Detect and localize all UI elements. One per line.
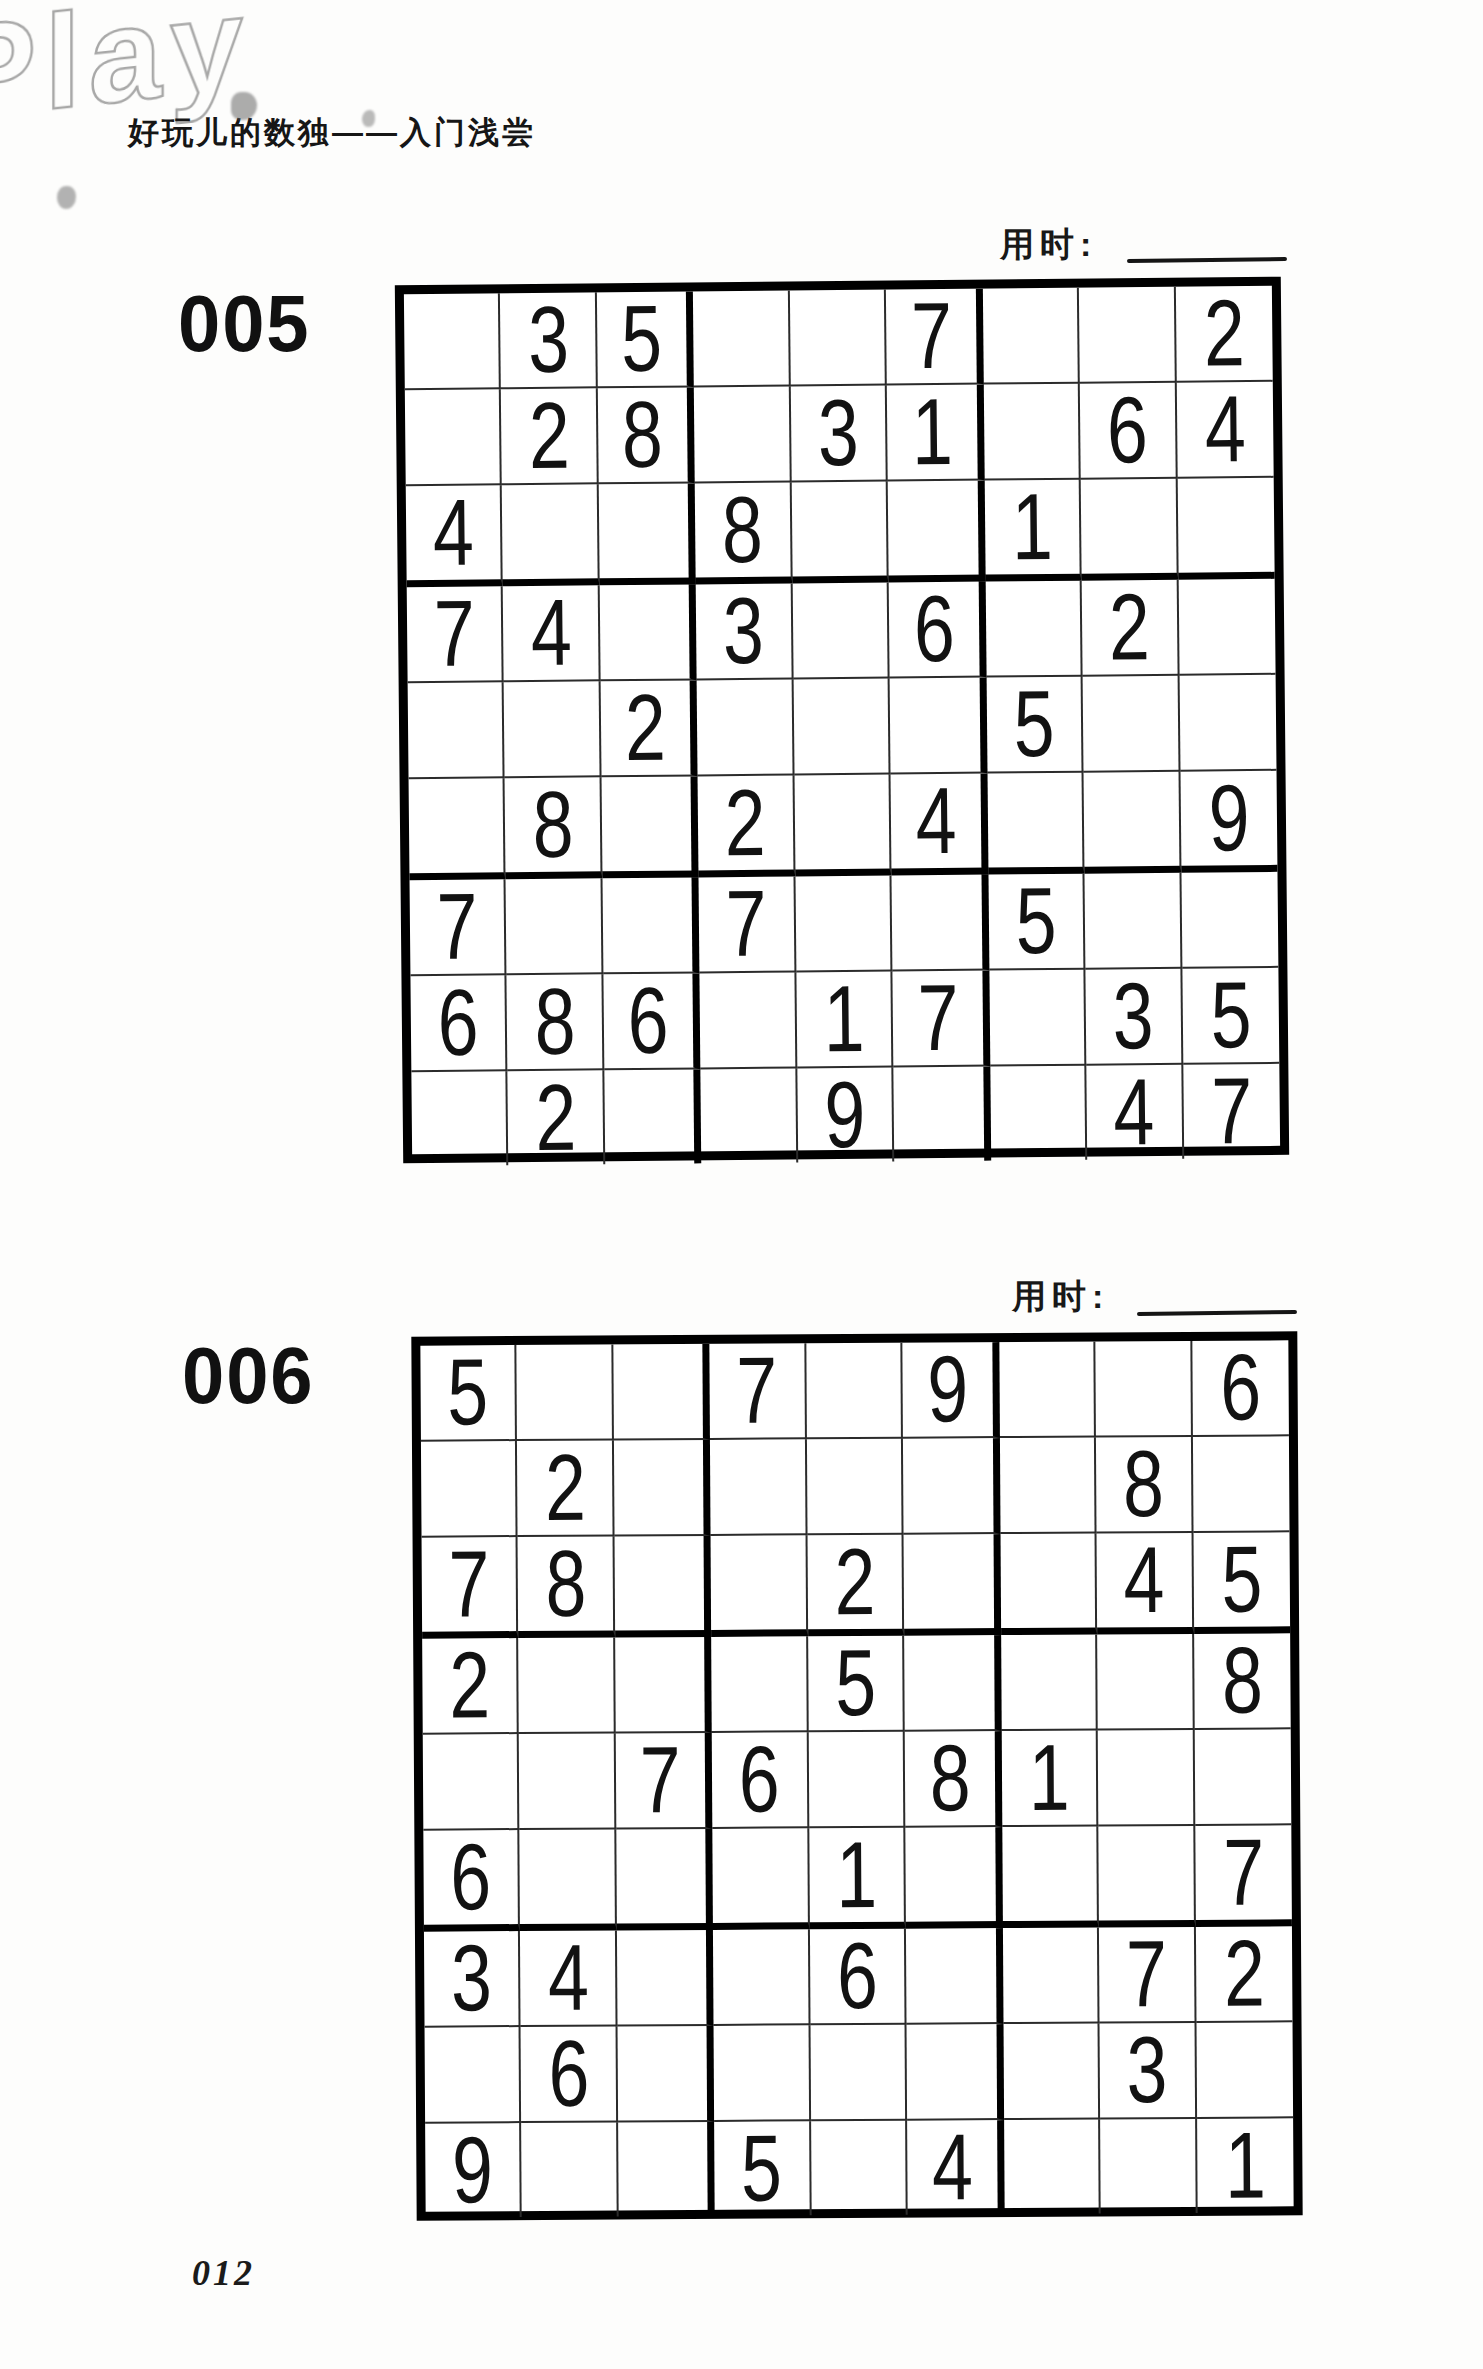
given-digit: 7 [1223,1826,1264,1920]
sudoku-006-cell-r3c2[interactable]: 8 [518,1536,615,1638]
given-digit: 5 [1013,677,1055,771]
sudoku-005-cell-r7c2[interactable] [506,878,603,975]
sudoku-005-cell-r8c7[interactable] [989,970,1086,1067]
sudoku-005-cell-r8c5[interactable]: 1 [796,972,893,1069]
sudoku-006-cell-r5c2[interactable] [519,1733,616,1830]
given-digit: 7 [1126,1927,1167,2021]
given-digit: 3 [1112,969,1154,1063]
sudoku-006-cell-r8c4[interactable] [714,2025,811,2122]
sudoku-005-cell-r2c6[interactable]: 1 [887,385,984,482]
scan-speck [57,186,76,209]
sudoku-006-cell-r4c5[interactable]: 5 [808,1636,905,1733]
given-digit: 6 [837,1929,878,2023]
sudoku-006-cell-r8c5[interactable] [810,2025,907,2122]
given-digit: 2 [1203,286,1245,380]
sudoku-006-cell-r1c7[interactable] [999,1342,1096,1439]
sudoku-006-cell-r3c7[interactable] [1000,1534,1097,1636]
sudoku-005-cell-r1c4[interactable] [693,290,790,387]
given-digit: 4 [530,586,572,680]
given-digit: 3 [723,584,765,678]
sudoku-006-cell-r9c1[interactable]: 9 [425,2123,522,2218]
sudoku-005-cell-r2c7[interactable] [983,384,1080,481]
sudoku-006-cell-r6c4[interactable] [713,1828,810,1930]
sudoku-005-cell-r7c5[interactable] [795,876,892,973]
sudoku-005-cell-r8c2[interactable]: 8 [507,974,604,1071]
sudoku-005-cell-r6c8[interactable] [1084,772,1181,874]
given-digit: 5 [835,1636,876,1730]
sudoku-006-cell-r7c8[interactable]: 7 [1099,1927,1196,2024]
sudoku-grid-006[interactable]: 57962878245258768161734672639541 [411,1331,1302,2220]
given-digit: 8 [1123,1437,1164,1531]
sudoku-005-cell-r9c2[interactable]: 2 [508,1070,605,1165]
sudoku-005-cell-r5c1[interactable] [408,682,505,779]
sudoku-005-cell-r3c8[interactable] [1081,479,1178,581]
given-digit: 4 [1113,1065,1155,1159]
given-digit: 2 [544,1441,585,1535]
sudoku-006-cell-r7c6[interactable] [906,1928,1003,2025]
sudoku-005-cell-r2c4[interactable] [694,386,791,483]
sudoku-006-cell-r8c3[interactable] [617,2026,714,2123]
given-digit: 1 [836,1828,877,1922]
given-digit: 3 [817,386,859,480]
sudoku-006-cell-r4c3[interactable] [615,1637,712,1734]
given-digit: 8 [545,1537,586,1631]
sudoku-006-cell-r7c2[interactable]: 4 [520,1930,617,2027]
sudoku-006-cell-r5c1[interactable] [423,1734,520,1831]
sudoku-005-cell-r5c5[interactable] [793,679,890,776]
sudoku-006-cell-r1c9[interactable]: 6 [1192,1340,1289,1437]
given-digit: 6 [913,582,955,676]
sudoku-005-cell-r4c9[interactable] [1178,579,1275,676]
sudoku-005-cell-r8c8[interactable]: 3 [1086,969,1183,1066]
sudoku-005-cell-r5c4[interactable] [697,679,794,776]
given-digit: 6 [437,976,479,1070]
given-digit: 6 [628,974,670,1068]
sudoku-006-cell-r9c3[interactable] [618,2122,715,2217]
sudoku-006-cell-r2c3[interactable] [614,1440,711,1537]
given-digit: 6 [548,2027,589,2121]
sudoku-006-cell-r9c9[interactable]: 1 [1197,2118,1294,2213]
given-digit: 4 [433,486,475,580]
sudoku-005-cell-r2c3[interactable]: 8 [598,387,695,484]
sudoku-005-cell-r1c8[interactable] [1079,287,1176,384]
given-digit: 1 [1011,480,1053,574]
sudoku-005-cell-r9c3[interactable] [604,1069,701,1164]
sudoku-005-cell-r5c7[interactable]: 5 [986,677,1083,774]
sudoku-005-cell-r8c4[interactable] [700,972,797,1069]
sudoku-006-cell-r9c6[interactable]: 4 [907,2120,1004,2215]
sudoku-005-cell-r6c6[interactable]: 4 [891,774,988,876]
sudoku-005-cell-r9c1[interactable] [411,1071,508,1166]
sudoku-006-cell-r6c1[interactable]: 6 [423,1830,520,1932]
sudoku-005-cell-r7c9[interactable] [1181,872,1278,969]
given-digit: 3 [451,1931,492,2025]
sudoku-005-cell-r3c9[interactable] [1177,478,1274,580]
sudoku-006-cell-r2c8[interactable]: 8 [1096,1437,1193,1534]
sudoku-006-cell-r8c2[interactable]: 6 [521,2026,618,2123]
sudoku-005-cell-r6c3[interactable] [601,776,698,878]
sudoku-005-cell-r6c1[interactable] [409,778,506,880]
sudoku-005-cell-r5c8[interactable] [1083,676,1180,773]
sudoku-005-cell-r6c5[interactable] [794,775,891,877]
sudoku-006-cell-r5c8[interactable] [1098,1730,1195,1827]
sudoku-006-cell-r5c6[interactable]: 8 [905,1731,1002,1828]
sudoku-006-cell-r9c8[interactable] [1100,2119,1197,2214]
sudoku-006-cell-r7c7[interactable] [1003,1928,1100,2025]
given-digit: 9 [927,1342,968,1436]
given-digit: 2 [535,1071,577,1165]
sudoku-006-cell-r3c9[interactable]: 5 [1193,1532,1290,1634]
sudoku-006-cell-r2c1[interactable] [421,1441,518,1538]
sudoku-006-cell-r3c4[interactable] [711,1535,808,1637]
sudoku-006-cell-r4c6[interactable] [904,1635,1001,1732]
sudoku-006-cell-r1c5[interactable] [806,1343,903,1440]
sudoku-006-cell-r7c4[interactable] [713,1929,810,2026]
sudoku-006-cell-r1c1[interactable]: 5 [420,1345,517,1442]
sudoku-005-cell-r9c6[interactable] [894,1067,991,1162]
sudoku-006-cell-r5c3[interactable]: 7 [616,1733,713,1830]
given-digit: 7 [917,971,959,1065]
sudoku-006-cell-r6c7[interactable] [1002,1827,1099,1929]
sudoku-grid-005[interactable]: 35722831644817436225824977568617352947 [395,277,1289,1163]
given-digit: 7 [737,1343,778,1437]
sudoku-006-cell-r1c4[interactable]: 7 [710,1343,807,1440]
given-digit: 2 [1223,1927,1264,2021]
sudoku-005-cell-r5c3[interactable]: 2 [600,680,697,777]
sudoku-005-cell-r6c4[interactable]: 2 [698,775,795,877]
sudoku-006-cell-r4c8[interactable] [1097,1634,1194,1731]
sudoku-005-cell-r9c7[interactable] [990,1066,1087,1161]
sudoku-005-cell-r2c8[interactable]: 6 [1080,383,1177,480]
sudoku-005-cell-r1c7[interactable] [983,288,1080,385]
sudoku-006-cell-r9c2[interactable] [522,2122,619,2217]
given-digit: 3 [1126,2023,1167,2117]
puzzle-005-time-blank-line[interactable] [1127,257,1287,263]
scan-speck [362,110,375,127]
sudoku-005-cell-r4c7[interactable] [985,581,1082,678]
sudoku-006-cell-r2c5[interactable] [807,1439,904,1536]
sudoku-005-cell-r1c5[interactable] [790,290,887,387]
sudoku-005-cell-r2c5[interactable]: 3 [791,386,888,483]
sudoku-005-cell-r4c1[interactable]: 7 [407,586,504,683]
given-digit: 5 [1015,874,1057,968]
sudoku-005-cell-r9c8[interactable]: 4 [1086,1065,1183,1160]
given-digit: 7 [434,587,476,681]
book-page: Play 好玩儿的数独——入门浅尝 005 用时: 35722831644817… [0,0,1483,2369]
given-digit: 6 [450,1830,491,1924]
sudoku-006-cell-r4c9[interactable]: 8 [1194,1633,1291,1730]
sudoku-006-cell-r1c8[interactable] [1095,1341,1192,1438]
sudoku-005-cell-r4c8[interactable]: 2 [1082,580,1179,677]
given-digit: 1 [911,385,953,479]
sudoku-006-cell-r4c7[interactable] [1001,1635,1098,1732]
sudoku-005-cell-r7c8[interactable] [1085,873,1182,970]
given-digit: 7 [436,880,478,974]
sudoku-005-cell-r7c4[interactable]: 7 [699,876,796,973]
sudoku-006-cell-r4c1[interactable]: 2 [422,1638,519,1735]
given-digit: 4 [915,774,957,868]
sudoku-005-cell-r1c2[interactable]: 3 [500,292,597,389]
sudoku-006-cell-r6c6[interactable] [906,1827,1003,1929]
puzzle-006-time-blank-line[interactable] [1137,1310,1297,1316]
given-digit: 6 [739,1732,780,1826]
sudoku-005-cell-r1c9[interactable]: 2 [1175,286,1272,383]
sudoku-006-cell-r8c1[interactable] [425,2027,522,2124]
sudoku-005-cell-r3c5[interactable] [791,482,888,584]
sudoku-006-cell-r6c5[interactable]: 1 [809,1828,906,1930]
sudoku-006-cell-r5c7[interactable]: 1 [1001,1731,1098,1828]
given-digit: 8 [1222,1634,1263,1728]
given-digit: 9 [452,2123,493,2217]
sudoku-005-cell-r8c3[interactable]: 6 [603,973,700,1070]
sudoku-005-cell-r1c6[interactable]: 7 [886,289,983,386]
sudoku-005-cell-r2c1[interactable] [405,389,502,486]
sudoku-005-cell-r4c2[interactable]: 4 [503,585,600,682]
sudoku-006-cell-r3c8[interactable]: 4 [1097,1533,1194,1635]
given-digit: 3 [527,293,569,387]
sudoku-005-cell-r4c5[interactable] [792,583,889,680]
given-digit: 8 [534,975,576,1069]
given-digit: 9 [1208,771,1250,865]
sudoku-005-cell-r8c1[interactable]: 6 [410,975,507,1072]
puzzle-006-label: 006 [182,1330,315,1422]
given-digit: 5 [1221,1533,1262,1627]
given-digit: 2 [625,681,667,775]
given-digit: 1 [1224,2119,1265,2213]
sudoku-006-cell-r5c9[interactable] [1194,1729,1291,1826]
sudoku-006-cell-r8c8[interactable]: 3 [1100,2023,1197,2120]
given-digit: 1 [823,972,865,1066]
page-header-title: 好玩儿的数独——入门浅尝 [128,112,536,154]
sudoku-005-cell-r7c6[interactable] [892,875,989,972]
sudoku-005-cell-r4c3[interactable] [600,584,697,681]
given-digit: 4 [932,2120,973,2214]
sudoku-006-cell-r3c3[interactable] [614,1536,711,1638]
sudoku-006-cell-r1c2[interactable] [517,1344,614,1441]
sudoku-005-cell-r6c9[interactable]: 9 [1180,771,1277,873]
sudoku-006-cell-r2c4[interactable] [710,1439,807,1536]
given-digit: 2 [834,1535,875,1629]
sudoku-006-cell-r9c4[interactable]: 5 [714,2121,811,2216]
given-digit: 5 [621,292,663,386]
given-digit: 7 [726,877,768,971]
sudoku-006-cell-r9c5[interactable] [811,2121,908,2216]
sudoku-006-cell-r3c6[interactable] [904,1534,1001,1636]
sudoku-006-cell-r9c7[interactable] [1004,2120,1101,2215]
given-digit: 4 [1123,1533,1164,1627]
sudoku-005-cell-r6c2[interactable]: 8 [505,777,602,879]
sudoku-005-cell-r1c1[interactable] [404,293,501,390]
given-digit: 8 [722,483,764,577]
sudoku-006-cell-r1c6[interactable]: 9 [903,1342,1000,1439]
sudoku-005-cell-r3c7[interactable]: 1 [984,480,1081,582]
sudoku-006-cell-r8c9[interactable] [1196,2022,1293,2119]
sudoku-006-cell-r7c3[interactable] [617,1930,714,2027]
sudoku-006-cell-r3c1[interactable]: 7 [422,1537,519,1639]
given-digit: 8 [929,1731,970,1825]
given-digit: 2 [449,1638,490,1732]
given-digit: 4 [1204,382,1246,476]
sudoku-006-cell-r2c2[interactable]: 2 [517,1440,614,1537]
sudoku-006-cell-r6c9[interactable]: 7 [1195,1825,1292,1927]
sudoku-005-cell-r4c4[interactable]: 3 [696,583,793,680]
sudoku-005-cell-r7c1[interactable]: 7 [410,879,507,976]
sudoku-005-cell-r5c9[interactable] [1179,675,1276,772]
sudoku-006-cell-r6c2[interactable] [520,1829,617,1931]
sudoku-006-cell-r7c5[interactable]: 6 [810,1929,907,2026]
sudoku-005-cell-r3c3[interactable] [599,483,696,585]
sudoku-006-cell-r8c7[interactable] [1003,2024,1100,2121]
sudoku-006-cell-r8c6[interactable] [907,2024,1004,2121]
sudoku-005-cell-r3c2[interactable] [502,484,599,586]
given-digit: 2 [725,776,767,870]
given-digit: 8 [532,778,574,872]
sudoku-005-cell-r3c1[interactable]: 4 [406,485,503,587]
sudoku-005-cell-r6c7[interactable] [987,773,1084,875]
page-number: 012 [192,2252,255,2294]
given-digit: 5 [1210,968,1252,1062]
sudoku-006-cell-r5c5[interactable] [808,1732,905,1829]
sudoku-005-cell-r7c7[interactable]: 5 [988,874,1085,971]
sudoku-005-cell-r9c9[interactable]: 7 [1183,1064,1280,1159]
sudoku-005-cell-r1c3[interactable]: 5 [597,291,694,388]
sudoku-006-cell-r4c4[interactable] [711,1636,808,1733]
given-digit: 7 [1211,1064,1253,1158]
sudoku-006-cell-r1c3[interactable] [613,1344,710,1441]
sudoku-005-cell-r9c5[interactable]: 9 [797,1068,894,1163]
sudoku-005-cell-r9c4[interactable] [701,1068,798,1163]
sudoku-006-cell-r2c9[interactable] [1192,1436,1289,1533]
given-digit: 5 [741,2121,782,2215]
sudoku-006-cell-r2c7[interactable] [1000,1438,1097,1535]
given-digit: 2 [528,389,570,483]
given-digit: 1 [1028,1731,1069,1825]
given-digit: 9 [824,1068,866,1162]
sudoku-005-cell-r3c6[interactable] [888,481,985,583]
sudoku-006-cell-r7c1[interactable]: 3 [424,1931,521,2028]
sudoku-006-cell-r5c4[interactable]: 6 [712,1732,809,1829]
puzzle-005-label: 005 [178,278,311,370]
sudoku-006-cell-r6c8[interactable] [1098,1826,1195,1928]
sudoku-006-cell-r3c5[interactable]: 2 [807,1535,904,1637]
sudoku-006-cell-r4c2[interactable] [519,1637,616,1734]
given-digit: 7 [640,1733,681,1827]
sudoku-006-cell-r6c3[interactable] [616,1829,713,1931]
given-digit: 5 [447,1345,488,1439]
sudoku-005-cell-r2c2[interactable]: 2 [501,388,598,485]
given-digit: 4 [547,1931,588,2025]
given-digit: 6 [1220,1341,1261,1435]
puzzle-006-time-label: 用时: [1012,1274,1109,1320]
given-digit: 7 [910,289,952,383]
sudoku-006-cell-r7c9[interactable]: 2 [1195,1926,1292,2023]
sudoku-005-cell-r2c9[interactable]: 4 [1176,382,1273,479]
sudoku-006-cell-r2c6[interactable] [903,1438,1000,1535]
given-digit: 2 [1109,580,1151,674]
sudoku-005-cell-r5c2[interactable] [504,681,601,778]
puzzle-005-time-label: 用时: [1000,222,1097,268]
sudoku-005-cell-r3c4[interactable]: 8 [695,482,792,584]
sudoku-005-cell-r7c3[interactable] [602,877,699,974]
given-digit: 7 [448,1537,489,1631]
sudoku-005-cell-r5c6[interactable] [890,678,987,775]
given-digit: 8 [622,388,664,482]
given-digit: 6 [1107,383,1149,477]
sudoku-005-cell-r8c9[interactable]: 5 [1182,968,1279,1065]
sudoku-005-cell-r8c6[interactable]: 7 [893,971,990,1068]
sudoku-005-cell-r4c6[interactable]: 6 [889,582,986,679]
